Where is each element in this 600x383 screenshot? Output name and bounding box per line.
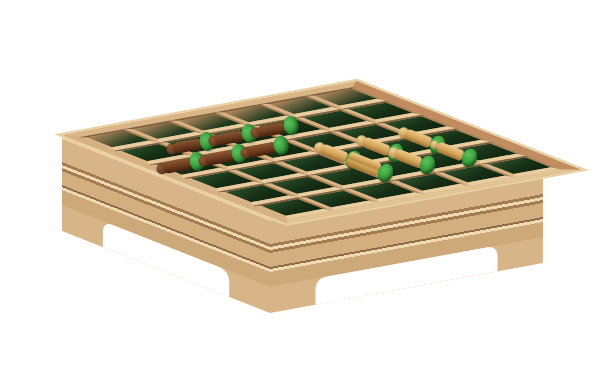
piece-body <box>204 150 234 166</box>
piece-felt-base <box>272 135 290 156</box>
piece-body <box>162 158 192 174</box>
product-photo-canvas <box>0 0 600 383</box>
piece-body <box>246 143 276 159</box>
